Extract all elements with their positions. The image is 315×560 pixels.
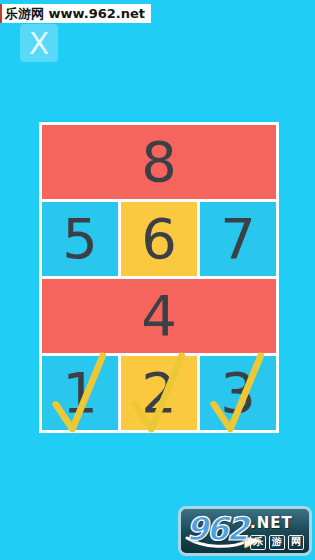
tile-4[interactable]: 4 — [42, 279, 276, 353]
game-screen: 乐游网 www.962.net X 85674123 962 .NET 乐游网 — [0, 0, 315, 560]
puzzle-grid: 85674123 — [39, 122, 279, 433]
logo-net-text: .NET — [250, 514, 304, 532]
check-mark-icon — [42, 350, 118, 440]
tile-8[interactable]: 8 — [42, 125, 276, 199]
tile-1[interactable]: 1 — [42, 356, 118, 430]
tile-2[interactable]: 2 — [121, 356, 197, 430]
tile-5[interactable]: 5 — [42, 202, 118, 276]
check-mark-icon — [200, 350, 276, 440]
tile-6[interactable]: 6 — [121, 202, 197, 276]
logo-site-char: 乐 — [250, 535, 266, 550]
tile-7[interactable]: 7 — [200, 202, 276, 276]
962net-watermark-logo: 962 .NET 乐游网 — [178, 506, 312, 556]
logo-962-text: 962 — [186, 510, 247, 548]
logo-site-name: 乐游网 — [250, 535, 304, 550]
logo-site-char: 网 — [288, 535, 304, 550]
check-mark-icon — [121, 350, 197, 440]
logo-site-char: 游 — [269, 535, 285, 550]
close-button[interactable]: X — [20, 24, 58, 62]
site-watermark-text: 乐游网 www.962.net — [0, 4, 151, 23]
tile-3[interactable]: 3 — [200, 356, 276, 430]
